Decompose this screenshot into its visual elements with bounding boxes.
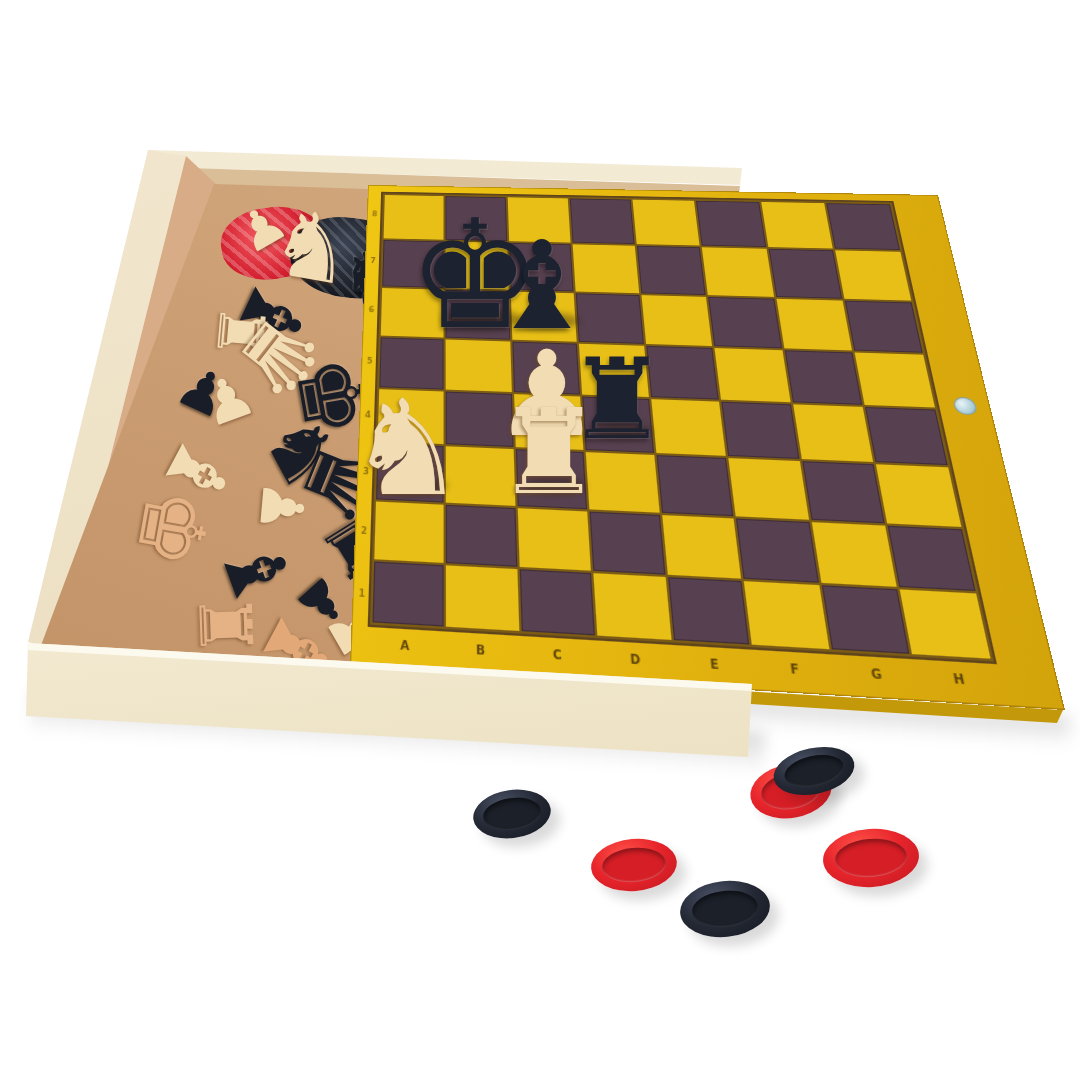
rank-label-2: 2: [358, 526, 369, 537]
square-g8[interactable]: [761, 202, 833, 249]
red-checker-6[interactable]: [821, 826, 921, 891]
finger-hole: [952, 397, 978, 416]
square-g3[interactable]: [802, 461, 885, 522]
file-label-h: H: [947, 671, 971, 687]
square-e1[interactable]: [668, 577, 750, 645]
square-f5[interactable]: [715, 348, 790, 402]
file-label-d: D: [625, 652, 646, 667]
white-rook-c2[interactable]: ♜: [490, 393, 608, 511]
rank-label-1: 1: [356, 588, 368, 599]
square-h6[interactable]: [844, 300, 922, 352]
square-g2[interactable]: [811, 522, 896, 587]
product-photo-scene: ♞♞♟♝♜♛♚♟♟♞♛♝♚♟♜♝♟♜♝♟ ABCDEFGH87654321 ♚♝…: [0, 0, 1080, 1080]
file-label-e: E: [704, 657, 725, 672]
checker-dish: [834, 836, 908, 879]
square-e7[interactable]: [637, 246, 706, 295]
square-h3[interactable]: [876, 465, 962, 527]
file-label-b: B: [471, 643, 490, 658]
checker-dish: [481, 794, 543, 833]
square-f7[interactable]: [702, 248, 773, 297]
square-g4[interactable]: [793, 404, 873, 462]
square-e3[interactable]: [657, 455, 734, 515]
square-g1[interactable]: [821, 585, 909, 654]
square-h7[interactable]: [835, 251, 911, 301]
rank-label-5: 5: [364, 357, 375, 366]
square-f3[interactable]: [729, 458, 809, 519]
square-f1[interactable]: [744, 581, 829, 649]
rank-label-7: 7: [368, 257, 378, 265]
square-d1[interactable]: [593, 573, 671, 640]
checker-dish: [601, 845, 667, 885]
rank-label-8: 8: [370, 210, 380, 218]
square-a1[interactable]: [372, 561, 443, 626]
black-checker-3[interactable]: [677, 876, 772, 941]
file-label-c: C: [547, 647, 567, 662]
square-g5[interactable]: [784, 350, 862, 405]
rank-label-6: 6: [366, 306, 376, 314]
black-checker-1[interactable]: [470, 785, 554, 843]
square-h2[interactable]: [887, 525, 975, 591]
checker-dish: [781, 750, 847, 792]
square-f8[interactable]: [696, 201, 766, 247]
square-e2[interactable]: [662, 515, 741, 579]
square-e8[interactable]: [633, 200, 700, 246]
checker-dish: [690, 887, 760, 931]
file-label-a: A: [395, 638, 414, 653]
square-h1[interactable]: [899, 589, 990, 659]
square-b1[interactable]: [446, 565, 519, 631]
white-knight-a2[interactable]: ♞: [341, 382, 473, 514]
square-f4[interactable]: [722, 402, 799, 459]
square-f2[interactable]: [736, 518, 818, 582]
square-c1[interactable]: [519, 569, 594, 635]
file-label-g: G: [865, 666, 888, 681]
red-checker-2[interactable]: [589, 835, 679, 894]
square-h8[interactable]: [826, 203, 900, 250]
square-h4[interactable]: [865, 407, 948, 465]
file-label-f: F: [784, 662, 806, 677]
square-g7[interactable]: [768, 249, 842, 298]
square-h5[interactable]: [854, 352, 935, 407]
square-g6[interactable]: [776, 298, 852, 350]
square-f6[interactable]: [708, 296, 781, 348]
